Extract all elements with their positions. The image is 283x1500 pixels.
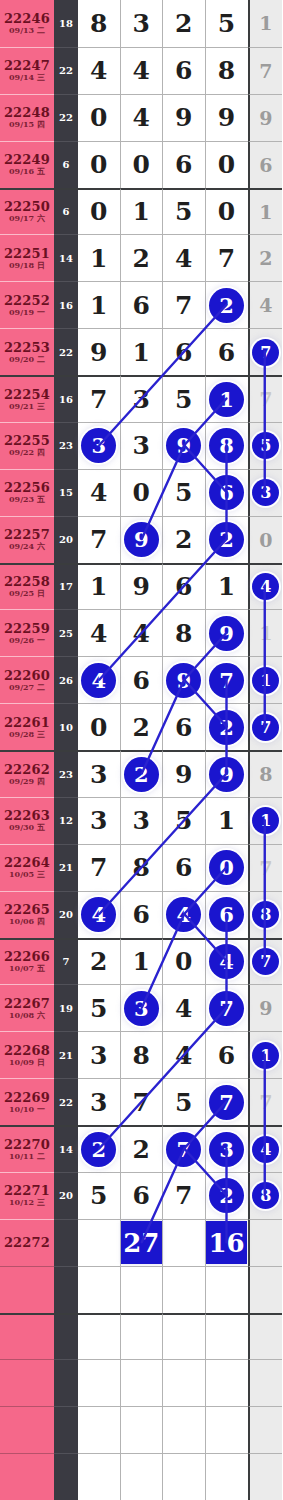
digit: 3	[133, 431, 150, 460]
digit: 1	[218, 806, 235, 835]
issue-cell: 2225909/26 一	[0, 609, 54, 656]
digit: 7	[133, 1088, 150, 1117]
digit-cell: 3	[78, 750, 121, 797]
digit-cell: 2	[206, 281, 248, 328]
issue-number: 22252	[4, 294, 50, 308]
digit: 7	[175, 1181, 192, 1210]
digit-cell: 4	[163, 234, 206, 281]
issue-date: 09/29 四	[9, 777, 45, 786]
issue-cell	[0, 1359, 54, 1406]
issue-date: 09/14 三	[9, 73, 45, 82]
digit-cell: 5	[78, 984, 121, 1031]
digit: 1	[90, 572, 107, 601]
digit-cell: 1	[121, 938, 164, 985]
tail-digit: 7	[259, 388, 272, 410]
digit: 0	[90, 103, 107, 132]
circled-digit: 0	[209, 850, 244, 885]
digit: 5	[175, 1088, 192, 1117]
digit-cell	[206, 1453, 248, 1500]
sum-cell: 25	[54, 609, 78, 656]
sum-value: 14	[59, 253, 73, 264]
tail-digit: 4	[259, 294, 272, 316]
sum-value: 10	[59, 722, 73, 733]
digit-cell	[78, 1219, 121, 1266]
sum-cell: 23	[54, 750, 78, 797]
issue-number: 22250	[4, 200, 50, 214]
sum-value: 20	[59, 534, 73, 545]
tail-digit: 9	[259, 107, 272, 129]
digit-cell: 6	[163, 703, 206, 750]
digit-cell: 6	[163, 141, 206, 188]
tail-digit: 1	[259, 12, 272, 34]
tail-cell: 4	[248, 563, 283, 610]
issue-date: 09/23 五	[9, 495, 45, 504]
digit-cell: 3	[121, 0, 164, 47]
digit: 2	[90, 947, 107, 976]
digit-cell: 4	[78, 469, 121, 516]
digit: 0	[90, 197, 107, 226]
sum-cell	[54, 1359, 78, 1406]
issue-date: 09/15 四	[9, 120, 45, 129]
digit: 2	[133, 1135, 150, 1164]
issue-cell: 2224809/15 四	[0, 94, 54, 141]
issue-date: 09/21 三	[9, 402, 45, 411]
digit: 4	[133, 56, 150, 85]
digit: 4	[133, 103, 150, 132]
sum-value: 22	[59, 112, 73, 123]
digit-cell: 4	[121, 609, 164, 656]
digit-cell: 8	[206, 47, 248, 94]
digit-cell: 7	[206, 234, 248, 281]
digit-cell	[206, 1406, 248, 1453]
circled-digit: 7	[209, 663, 244, 698]
tail-cell: 7	[248, 47, 283, 94]
digit: 5	[218, 9, 235, 38]
digit-cell: 5	[163, 797, 206, 844]
issue-cell: 2224709/14 三	[0, 47, 54, 94]
digit-cell: 2	[206, 516, 248, 563]
issue-date: 10/11 二	[9, 1152, 45, 1161]
digit-cell: 9	[163, 656, 206, 703]
digit-cell: 2	[206, 1172, 248, 1219]
circled-digit: 2	[209, 522, 244, 557]
digit: 1	[133, 197, 150, 226]
digit-cell	[78, 1453, 121, 1500]
digit-cell: 4	[78, 656, 121, 703]
tail-cell: 1	[248, 1031, 283, 1078]
digit: 6	[218, 1041, 235, 1070]
sum-cell: 21	[54, 844, 78, 891]
digit-cell: 8	[163, 609, 206, 656]
digit-cell: 9	[163, 750, 206, 797]
tail-cell	[248, 1266, 283, 1313]
issue-number: 22262	[4, 763, 50, 777]
circled-digit: 4	[81, 897, 116, 932]
circled-digit: 7	[209, 1085, 244, 1120]
digit: 0	[133, 150, 150, 179]
issue-number: 22259	[4, 622, 50, 636]
digit-cell: 6	[206, 1031, 248, 1078]
issue-date: 09/16 五	[9, 167, 45, 176]
circled-tail-digit: 1	[252, 1042, 279, 1069]
circled-digit: 2	[81, 1132, 116, 1167]
digit-cell: 3	[78, 1078, 121, 1125]
digit-cell: 0	[206, 188, 248, 235]
digit: 6	[133, 291, 150, 320]
sum-cell: 6	[54, 188, 78, 235]
circled-digit: 2	[124, 757, 159, 792]
digit-cell: 0	[121, 469, 164, 516]
issue-number: 22267	[4, 997, 50, 1011]
circled-digit: 3	[81, 428, 116, 463]
digit-cell: 0	[206, 141, 248, 188]
circled-digit: 3	[124, 991, 159, 1026]
issue-cell: 2225309/20 二	[0, 328, 54, 375]
digit: 4	[90, 56, 107, 85]
issue-cell: 2224909/16 五	[0, 141, 54, 188]
circled-tail-digit: 7	[252, 339, 279, 366]
digit-cell: 3	[206, 1125, 248, 1172]
issue-date: 10/06 四	[9, 917, 45, 926]
digit-cell: 4	[78, 891, 121, 938]
digit-cell: 7	[206, 1078, 248, 1125]
digit: 4	[175, 1041, 192, 1070]
digit-cell: 4	[163, 891, 206, 938]
circled-tail-digit: 1	[252, 667, 279, 694]
issue-number: 22251	[4, 247, 50, 261]
issue-date: 09/22 四	[9, 448, 45, 457]
issue-cell: 2225709/24 六	[0, 516, 54, 563]
sum-value: 19	[59, 1003, 73, 1014]
issue-cell: 2225809/25 日	[0, 563, 54, 610]
digit-cell	[163, 1219, 206, 1266]
sum-value: 14	[59, 1144, 73, 1155]
digit: 5	[175, 385, 192, 414]
tail-digit: 7	[259, 1091, 272, 1113]
circled-tail-digit: 3	[252, 479, 279, 506]
sum-value: 6	[63, 159, 70, 170]
issue-number: 22260	[4, 669, 50, 683]
digit-cell	[78, 1313, 121, 1360]
sum-value: 18	[59, 18, 73, 29]
digit-cell	[206, 1359, 248, 1406]
digit-cell: 1	[206, 375, 248, 422]
issue-number: 22253	[4, 341, 50, 355]
tail-cell: 1	[248, 188, 283, 235]
sum-value: 20	[59, 909, 73, 920]
digit: 3	[133, 9, 150, 38]
tail-cell: 9	[248, 984, 283, 1031]
digit: 0	[90, 713, 107, 742]
digit: 5	[175, 806, 192, 835]
circled-digit: 2	[209, 710, 244, 745]
tail-digit: 6	[259, 154, 272, 176]
sum-cell: 22	[54, 328, 78, 375]
tail-digit: 2	[259, 247, 272, 269]
circled-digit: 6	[209, 475, 244, 510]
digit-cell: 2	[78, 938, 121, 985]
tail-digit: 0	[259, 529, 272, 551]
digit-cell	[121, 1313, 164, 1360]
tail-cell	[248, 1313, 283, 1360]
issue-cell: 2225509/22 四	[0, 422, 54, 469]
digit-cell: 9	[163, 422, 206, 469]
digit: 2	[133, 713, 150, 742]
digit: 1	[90, 244, 107, 273]
sum-cell: 22	[54, 47, 78, 94]
digit: 0	[133, 478, 150, 507]
issue-cell: 2226610/07 五	[0, 938, 54, 985]
digit-cell: 7	[206, 984, 248, 1031]
tail-digit: 7	[259, 60, 272, 82]
digit-cell: 1	[206, 563, 248, 610]
digit-cell: 3	[121, 797, 164, 844]
sum-value: 21	[59, 862, 73, 873]
sum-cell: 6	[54, 141, 78, 188]
digit-cell: 27	[121, 1219, 164, 1266]
digit: 6	[175, 56, 192, 85]
issue-number: 22258	[4, 575, 50, 589]
sum-value: 6	[63, 206, 70, 217]
digit: 7	[90, 385, 107, 414]
tail-cell: 4	[248, 281, 283, 328]
sum-cell: 22	[54, 94, 78, 141]
sum-value: 16	[59, 394, 73, 405]
tail-cell: 6	[248, 141, 283, 188]
digit: 0	[175, 947, 192, 976]
chart-grid: 2224609/13 二18832512224709/14 三224468722…	[0, 0, 282, 1500]
issue-date: 09/24 六	[9, 542, 45, 551]
circled-digit: 4	[81, 663, 116, 698]
circled-digit: 9	[124, 522, 159, 557]
issue-number: 22265	[4, 903, 50, 917]
digit: 4	[90, 619, 107, 648]
digit-cell: 2	[121, 1125, 164, 1172]
issue-cell: 2226810/09 日	[0, 1031, 54, 1078]
circled-digit: 2	[209, 1178, 244, 1213]
digit-cell: 4	[206, 938, 248, 985]
digit-cell: 1	[78, 234, 121, 281]
digit-cell: 9	[78, 328, 121, 375]
tail-cell: 8	[248, 1172, 283, 1219]
issue-cell: 2225009/17 六	[0, 188, 54, 235]
issue-date: 10/12 三	[9, 1198, 45, 1207]
issue-number: 22257	[4, 528, 50, 542]
circled-tail-digit: 1	[252, 807, 279, 834]
digit: 6	[175, 853, 192, 882]
sum-value: 23	[59, 440, 73, 451]
sum-value: 22	[59, 1097, 73, 1108]
digit-cell: 9	[206, 750, 248, 797]
digit: 5	[175, 478, 192, 507]
digit-cell	[163, 1313, 206, 1360]
issue-cell	[0, 1453, 54, 1500]
digit: 0	[218, 150, 235, 179]
digit-cell: 9	[121, 563, 164, 610]
circled-tail-digit: 4	[252, 573, 279, 600]
digit: 6	[218, 338, 235, 367]
digit-cell: 6	[121, 891, 164, 938]
issue-cell: 2226710/08 六	[0, 984, 54, 1031]
digit: 7	[175, 291, 192, 320]
digit: 5	[90, 994, 107, 1023]
tail-cell: 8	[248, 891, 283, 938]
digit-cell: 7	[163, 1172, 206, 1219]
issue-number: 22256	[4, 481, 50, 495]
tail-digit: 7	[259, 857, 272, 879]
sum-cell: 20	[54, 1172, 78, 1219]
digit: 5	[175, 197, 192, 226]
issue-date: 09/27 二	[9, 683, 45, 692]
digit-cell: 2	[121, 703, 164, 750]
digit-cell: 0	[78, 141, 121, 188]
circled-tail-digit: 4	[252, 1136, 279, 1163]
digit-cell: 4	[163, 1031, 206, 1078]
digit: 3	[133, 385, 150, 414]
digit-cell: 7	[78, 844, 121, 891]
circled-digit: 6	[209, 897, 244, 932]
digit-cell: 8	[121, 844, 164, 891]
digit-cell: 6	[206, 469, 248, 516]
tail-cell: 7	[248, 703, 283, 750]
digit-cell: 1	[121, 188, 164, 235]
issue-number: 22263	[4, 809, 50, 823]
digit: 1	[218, 572, 235, 601]
digit-cell: 2	[163, 516, 206, 563]
digit-cell: 4	[121, 94, 164, 141]
tail-cell: 7	[248, 938, 283, 985]
sum-cell: 19	[54, 984, 78, 1031]
digit: 5	[90, 1181, 107, 1210]
digit: 2	[175, 9, 192, 38]
digit: 3	[90, 760, 107, 789]
issue-number: 22254	[4, 388, 50, 402]
digit-cell: 1	[78, 563, 121, 610]
sum-cell: 7	[54, 938, 78, 985]
digit: 4	[175, 244, 192, 273]
circled-digit: 8	[209, 428, 244, 463]
digit: 7	[218, 244, 235, 273]
digit-cell: 6	[163, 47, 206, 94]
issue-number: 22247	[4, 59, 50, 73]
digit-cell: 5	[206, 0, 248, 47]
digit: 6	[175, 338, 192, 367]
digit: 9	[90, 338, 107, 367]
digit-cell: 7	[163, 1125, 206, 1172]
digit-cell	[163, 1453, 206, 1500]
circled-digit: 4	[166, 897, 201, 932]
tail-cell: 5	[248, 422, 283, 469]
digit-cell: 0	[121, 141, 164, 188]
tail-cell: 8	[248, 750, 283, 797]
issue-cell: 2226309/30 五	[0, 797, 54, 844]
digit: 1	[133, 947, 150, 976]
circled-tail-digit: 5	[252, 432, 279, 459]
digit-cell: 7	[78, 375, 121, 422]
sum-cell: 26	[54, 656, 78, 703]
digit: 0	[218, 197, 235, 226]
issue-date: 10/07 五	[9, 964, 45, 973]
issue-number: 22261	[4, 716, 50, 730]
issue-date: 09/17 六	[9, 214, 45, 223]
issue-cell: 2226410/05 三	[0, 844, 54, 891]
issue-cell: 2225409/21 三	[0, 375, 54, 422]
issue-date: 10/05 三	[9, 870, 45, 879]
summary-value-square: 16	[206, 1221, 247, 1264]
digit-cell: 8	[206, 422, 248, 469]
issue-cell: 2227110/12 三	[0, 1172, 54, 1219]
issue-number: 22248	[4, 106, 50, 120]
circled-tail-digit: 7	[252, 948, 279, 975]
sum-cell: 18	[54, 0, 78, 47]
digit: 6	[175, 150, 192, 179]
digit: 7	[90, 525, 107, 554]
digit-cell: 9	[121, 516, 164, 563]
tail-digit: 8	[259, 763, 272, 785]
circled-digit: 9	[166, 663, 201, 698]
digit-cell: 3	[78, 422, 121, 469]
circled-digit: 1	[209, 382, 244, 417]
digit-cell: 2	[163, 0, 206, 47]
sum-cell: 14	[54, 1125, 78, 1172]
tail-cell	[248, 1406, 283, 1453]
tail-cell: 7	[248, 375, 283, 422]
sum-value: 25	[59, 628, 73, 639]
digit-cell: 1	[78, 281, 121, 328]
digit-cell	[163, 1406, 206, 1453]
sum-cell	[54, 1406, 78, 1453]
circled-digit: 9	[209, 616, 244, 651]
digit: 9	[218, 103, 235, 132]
tail-cell: 7	[248, 328, 283, 375]
issue-number: 22271	[4, 1184, 50, 1198]
digit: 4	[133, 619, 150, 648]
sum-cell	[54, 1266, 78, 1313]
digit-cell: 5	[163, 1078, 206, 1125]
sum-value: 26	[59, 675, 73, 686]
sum-cell: 22	[54, 1078, 78, 1125]
digit-cell: 0	[78, 703, 121, 750]
digit: 4	[175, 994, 192, 1023]
digit-cell: 9	[163, 94, 206, 141]
tail-cell: 0	[248, 516, 283, 563]
digit: 3	[90, 1088, 107, 1117]
digit-cell: 6	[206, 328, 248, 375]
issue-number: 22249	[4, 153, 50, 167]
digit-cell: 7	[206, 656, 248, 703]
sum-value: 23	[59, 769, 73, 780]
sum-value: 22	[59, 347, 73, 358]
sum-cell: 20	[54, 516, 78, 563]
digit-cell: 8	[121, 1031, 164, 1078]
sum-cell: 17	[54, 563, 78, 610]
digit-cell	[121, 1406, 164, 1453]
sum-cell: 14	[54, 234, 78, 281]
issue-date: 09/19 一	[9, 308, 45, 317]
circled-digit: 4	[209, 944, 244, 979]
sum-value: 16	[59, 300, 73, 311]
issue-number: 22270	[4, 1138, 50, 1152]
digit-cell	[206, 1313, 248, 1360]
digit-cell: 4	[121, 47, 164, 94]
sum-cell	[54, 1313, 78, 1360]
tail-cell: 1	[248, 656, 283, 703]
tail-cell: 1	[248, 797, 283, 844]
issue-number: 22272	[4, 1236, 50, 1250]
digit: 3	[133, 806, 150, 835]
issue-date: 09/28 三	[9, 730, 45, 739]
digit: 9	[175, 103, 192, 132]
